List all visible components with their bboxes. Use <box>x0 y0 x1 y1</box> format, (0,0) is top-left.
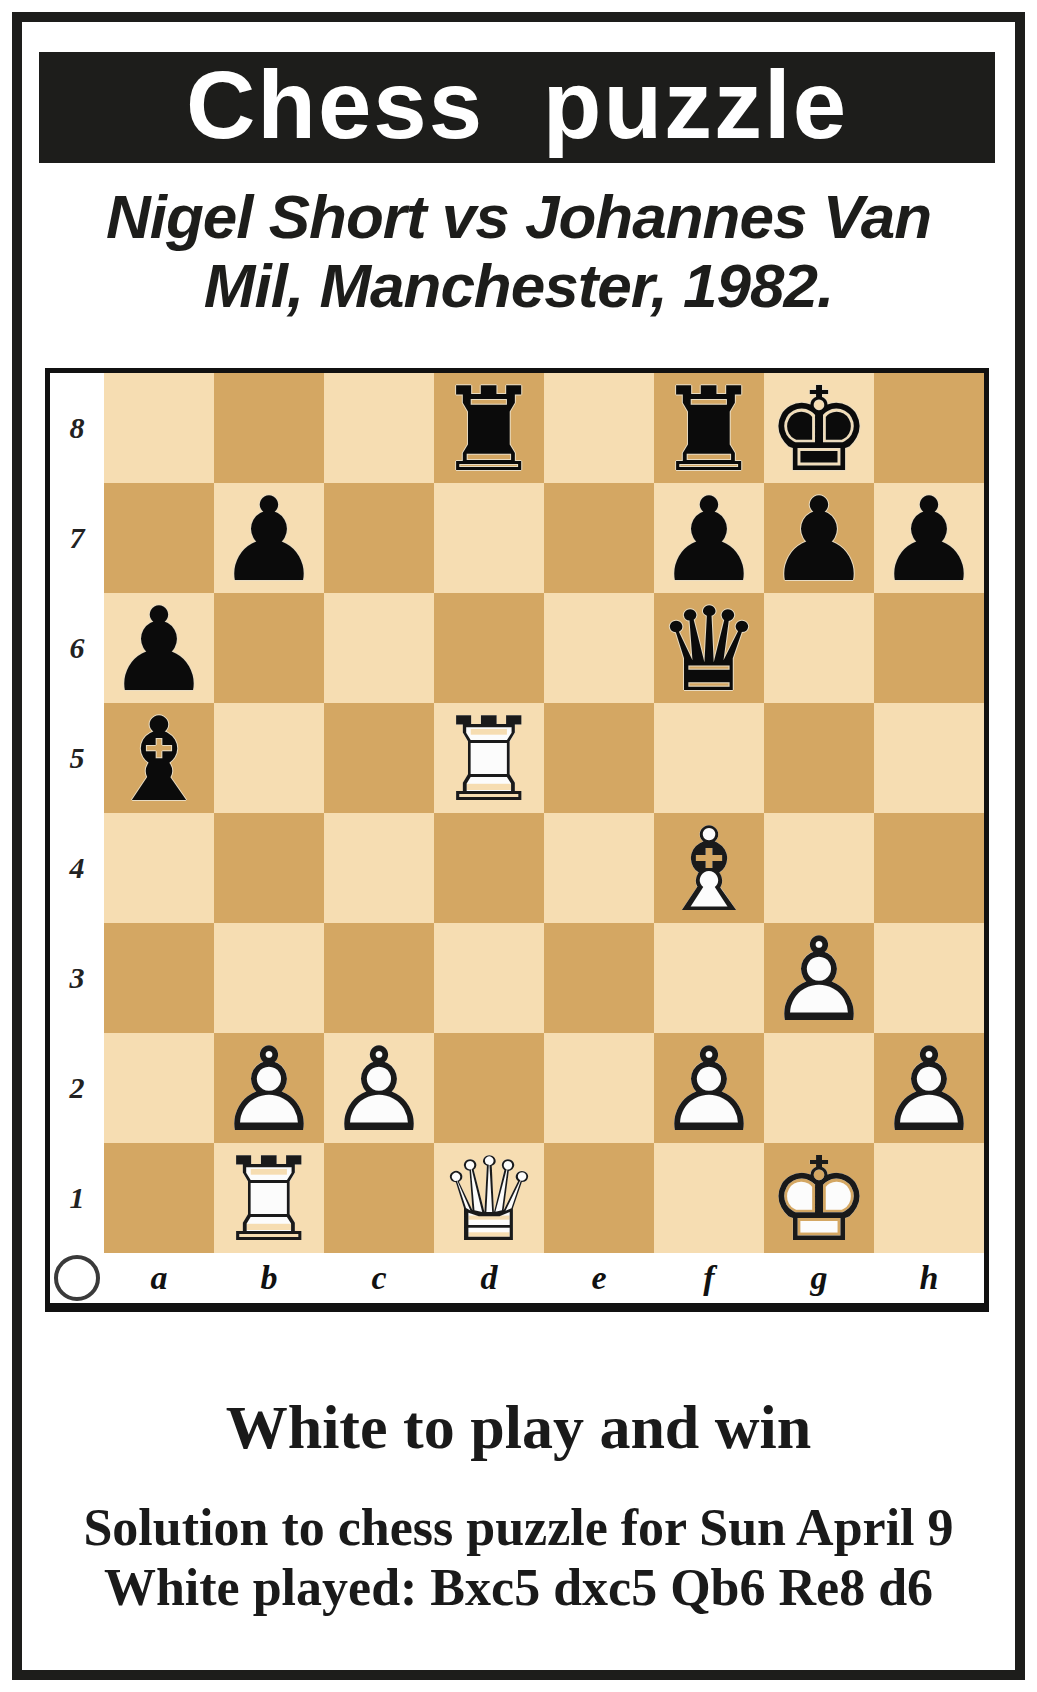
square-f4[interactable]: ♝♗ <box>654 813 764 923</box>
piece-outline: ♕ <box>434 1145 544 1255</box>
square-d6[interactable] <box>434 593 544 703</box>
square-b2[interactable]: ♟♙ <box>214 1033 324 1143</box>
piece-outline: ♙ <box>764 925 874 1035</box>
square-e7[interactable] <box>544 483 654 593</box>
piece-outline: ♙ <box>214 1035 324 1145</box>
white-bishop[interactable]: ♝♗ <box>654 813 764 923</box>
square-e8[interactable] <box>544 373 654 483</box>
piece-fill: ♟ <box>214 1035 324 1145</box>
square-h5[interactable] <box>874 703 984 813</box>
piece-fill: ♜ <box>214 1145 324 1255</box>
square-f7[interactable]: ♟ <box>654 483 764 593</box>
square-g6[interactable] <box>764 593 874 703</box>
square-a5[interactable]: ♝ <box>104 703 214 813</box>
piece-outline: ♔ <box>764 1145 874 1255</box>
square-e1[interactable] <box>544 1143 654 1253</box>
game-title-line1: Nigel Short vs Johannes Van <box>0 182 1037 251</box>
square-d5[interactable]: ♜♖ <box>434 703 544 813</box>
rank-label-6: 6 <box>50 593 104 703</box>
square-a2[interactable] <box>104 1033 214 1143</box>
piece-outline: ♗ <box>654 815 764 925</box>
black-pawn[interactable]: ♟ <box>874 483 984 593</box>
piece-fill: ♟ <box>654 1035 764 1145</box>
piece-glyph: ♟ <box>764 485 874 595</box>
black-pawn[interactable]: ♟ <box>214 483 324 593</box>
square-c5[interactable] <box>324 703 434 813</box>
square-g2[interactable] <box>764 1033 874 1143</box>
piece-glyph: ♟ <box>104 595 214 705</box>
square-a6[interactable]: ♟ <box>104 593 214 703</box>
game-title: Nigel Short vs Johannes Van Mil, Manches… <box>0 182 1037 320</box>
black-pawn[interactable]: ♟ <box>654 483 764 593</box>
white-pawn[interactable]: ♟♙ <box>764 923 874 1033</box>
piece-glyph: ♜ <box>654 375 764 485</box>
piece-glyph: ♚ <box>764 375 874 485</box>
square-b3[interactable] <box>214 923 324 1033</box>
piece-fill: ♛ <box>434 1145 544 1255</box>
square-c7[interactable] <box>324 483 434 593</box>
square-e4[interactable] <box>544 813 654 923</box>
black-pawn[interactable]: ♟ <box>104 593 214 703</box>
square-g7[interactable]: ♟ <box>764 483 874 593</box>
square-b8[interactable] <box>214 373 324 483</box>
white-pawn[interactable]: ♟♙ <box>874 1033 984 1143</box>
piece-fill: ♟ <box>874 1035 984 1145</box>
black-king[interactable]: ♚ <box>764 373 874 483</box>
file-label-a: a <box>104 1253 214 1303</box>
piece-glyph: ♛ <box>654 595 764 705</box>
piece-outline: ♖ <box>214 1145 324 1255</box>
rank-label-8: 8 <box>50 373 104 483</box>
square-c6[interactable] <box>324 593 434 703</box>
square-b5[interactable] <box>214 703 324 813</box>
square-f2[interactable]: ♟♙ <box>654 1033 764 1143</box>
file-label-h: h <box>874 1253 984 1303</box>
white-pawn[interactable]: ♟♙ <box>324 1033 434 1143</box>
piece-fill: ♚ <box>764 1145 874 1255</box>
square-d7[interactable] <box>434 483 544 593</box>
square-g8[interactable]: ♚ <box>764 373 874 483</box>
piece-fill: ♟ <box>324 1035 434 1145</box>
puzzle-page: Chess puzzle Nigel Short vs Johannes Van… <box>0 0 1037 1692</box>
white-pawn[interactable]: ♟♙ <box>654 1033 764 1143</box>
chess-puzzle-banner: Chess puzzle <box>39 52 995 163</box>
file-label-f: f <box>654 1253 764 1303</box>
piece-fill: ♝ <box>654 815 764 925</box>
square-h4[interactable] <box>874 813 984 923</box>
square-h3[interactable] <box>874 923 984 1033</box>
square-d4[interactable] <box>434 813 544 923</box>
white-king[interactable]: ♚♔ <box>764 1143 874 1253</box>
black-queen[interactable]: ♛ <box>654 593 764 703</box>
square-f3[interactable] <box>654 923 764 1033</box>
square-f1[interactable] <box>654 1143 764 1253</box>
piece-glyph: ♟ <box>214 485 324 595</box>
file-label-e: e <box>544 1253 654 1303</box>
square-c3[interactable] <box>324 923 434 1033</box>
square-e3[interactable] <box>544 923 654 1033</box>
game-title-line2: Mil, Manchester, 1982. <box>0 251 1037 320</box>
rank-label-4: 4 <box>50 813 104 923</box>
piece-glyph: ♟ <box>874 485 984 595</box>
square-h8[interactable] <box>874 373 984 483</box>
square-f5[interactable] <box>654 703 764 813</box>
square-a8[interactable] <box>104 373 214 483</box>
piece-outline: ♖ <box>434 705 544 815</box>
piece-glyph: ♜ <box>434 375 544 485</box>
square-h2[interactable]: ♟♙ <box>874 1033 984 1143</box>
piece-glyph: ♝ <box>104 705 214 815</box>
rank-label-1: 1 <box>50 1143 104 1253</box>
square-g5[interactable] <box>764 703 874 813</box>
black-rook[interactable]: ♜ <box>654 373 764 483</box>
square-b7[interactable]: ♟ <box>214 483 324 593</box>
black-bishop[interactable]: ♝ <box>104 703 214 813</box>
piece-glyph: ♟ <box>654 485 764 595</box>
black-rook[interactable]: ♜ <box>434 373 544 483</box>
square-c1[interactable] <box>324 1143 434 1253</box>
white-to-move-indicator <box>54 1255 100 1301</box>
solution-line1: Solution to chess puzzle for Sun April 9 <box>0 1498 1037 1558</box>
square-c8[interactable] <box>324 373 434 483</box>
square-c2[interactable]: ♟♙ <box>324 1033 434 1143</box>
chess-board: 8♜♜♚7♟♟♟♟6♟♛5♝♜♖4♝♗3♟♙2♟♙♟♙♟♙♟♙1♜♖♛♕♚♔ab… <box>50 373 984 1303</box>
square-f6[interactable]: ♛ <box>654 593 764 703</box>
white-rook[interactable]: ♜♖ <box>434 703 544 813</box>
square-d2[interactable] <box>434 1033 544 1143</box>
piece-outline: ♙ <box>324 1035 434 1145</box>
caption-prompt: White to play and win <box>0 1392 1037 1463</box>
square-b1[interactable]: ♜♖ <box>214 1143 324 1253</box>
solution-line2: White played: Bxc5 dxc5 Qb6 Re8 d6 <box>0 1558 1037 1618</box>
square-a7[interactable] <box>104 483 214 593</box>
rank-label-3: 3 <box>50 923 104 1033</box>
file-label-g: g <box>764 1253 874 1303</box>
rank-label-5: 5 <box>50 703 104 813</box>
square-h6[interactable] <box>874 593 984 703</box>
file-label-b: b <box>214 1253 324 1303</box>
white-queen[interactable]: ♛♕ <box>434 1143 544 1253</box>
piece-outline: ♙ <box>654 1035 764 1145</box>
white-rook[interactable]: ♜♖ <box>214 1143 324 1253</box>
square-h1[interactable] <box>874 1143 984 1253</box>
rank-label-2: 2 <box>50 1033 104 1143</box>
square-g1[interactable]: ♚♔ <box>764 1143 874 1253</box>
square-b6[interactable] <box>214 593 324 703</box>
piece-fill: ♜ <box>434 705 544 815</box>
file-label-d: d <box>434 1253 544 1303</box>
square-a3[interactable] <box>104 923 214 1033</box>
square-d1[interactable]: ♛♕ <box>434 1143 544 1253</box>
chess-board-box: 8♜♜♚7♟♟♟♟6♟♛5♝♜♖4♝♗3♟♙2♟♙♟♙♟♙♟♙1♜♖♛♕♚♔ab… <box>45 368 989 1312</box>
banner-title: Chess puzzle <box>186 55 848 161</box>
square-e5[interactable] <box>544 703 654 813</box>
file-label-c: c <box>324 1253 434 1303</box>
caption-solution: Solution to chess puzzle for Sun April 9… <box>0 1498 1037 1618</box>
square-a1[interactable] <box>104 1143 214 1253</box>
square-e6[interactable] <box>544 593 654 703</box>
piece-fill: ♟ <box>764 925 874 1035</box>
black-pawn[interactable]: ♟ <box>764 483 874 593</box>
square-d8[interactable]: ♜ <box>434 373 544 483</box>
square-f8[interactable]: ♜ <box>654 373 764 483</box>
square-h7[interactable]: ♟ <box>874 483 984 593</box>
to-move-cell <box>50 1253 104 1303</box>
square-c4[interactable] <box>324 813 434 923</box>
rank-label-7: 7 <box>50 483 104 593</box>
square-g3[interactable]: ♟♙ <box>764 923 874 1033</box>
square-e2[interactable] <box>544 1033 654 1143</box>
white-pawn[interactable]: ♟♙ <box>214 1033 324 1143</box>
square-a4[interactable] <box>104 813 214 923</box>
square-g4[interactable] <box>764 813 874 923</box>
square-d3[interactable] <box>434 923 544 1033</box>
square-b4[interactable] <box>214 813 324 923</box>
piece-outline: ♙ <box>874 1035 984 1145</box>
